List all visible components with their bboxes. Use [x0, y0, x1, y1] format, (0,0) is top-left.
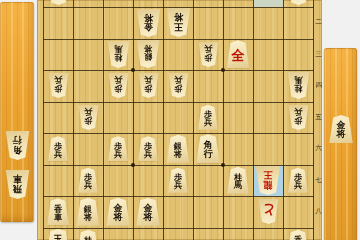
shogi-board: 一二三四五六七八九 香車香車金将王将桂馬銀将歩兵全歩兵歩兵歩兵歩兵桂馬歩兵歩兵歩…	[37, 0, 322, 240]
star-point	[131, 68, 135, 72]
shogi-app: 角行飛車 一二三四五六七八九 香車香車金将王将桂馬銀将歩兵全歩兵歩兵歩兵歩兵桂馬…	[0, 0, 360, 240]
star-point	[131, 163, 135, 167]
highlighted-square-last-move-from[interactable]	[254, 0, 283, 7]
rank-label: 八	[314, 208, 324, 215]
sente-hand-stand[interactable]: 金将	[324, 48, 357, 240]
star-point	[221, 163, 225, 167]
rank-label: 七	[314, 177, 324, 184]
sente-gold-piece[interactable]: 金将	[329, 115, 354, 143]
gote-hand-stand[interactable]: 角行飛車	[0, 2, 34, 222]
rank-label: 三	[314, 51, 324, 58]
rank-label: 四	[314, 82, 324, 89]
rank-label: 六	[314, 145, 324, 152]
rank-label: 五	[314, 114, 324, 121]
rank-label: 二	[314, 19, 324, 26]
gote-rook-piece[interactable]: 飛車	[5, 170, 30, 199]
gote-bishop-piece[interactable]: 角行	[5, 131, 30, 160]
star-point	[221, 68, 225, 72]
